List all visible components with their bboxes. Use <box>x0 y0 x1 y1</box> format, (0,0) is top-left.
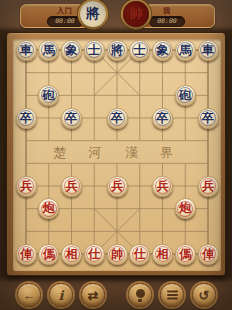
piece-black-chariot[interactable]: 車 <box>198 40 219 61</box>
light-bulb-icon <box>136 289 145 298</box>
piece-black-cannon[interactable]: 砲 <box>175 85 196 106</box>
piece-black-advisor[interactable]: 士 <box>84 40 105 61</box>
toolbar-right-group: ↺ <box>128 283 216 307</box>
player-timer: 00:00 <box>149 16 185 27</box>
menu-button[interactable] <box>160 283 184 307</box>
piece-black-soldier[interactable]: 卒 <box>61 108 82 129</box>
player-side-badge: 帥 <box>123 1 149 27</box>
flip-board-button[interactable]: ⇄ <box>81 283 105 307</box>
opponent-panel: 入门 00:00 將 <box>20 4 102 28</box>
piece-red-soldier[interactable]: 兵 <box>61 176 82 197</box>
piece-red-chariot[interactable]: 俥 <box>16 244 37 265</box>
opponent-side-badge: 將 <box>80 1 106 27</box>
piece-red-soldier[interactable]: 兵 <box>107 176 128 197</box>
piece-black-soldier[interactable]: 卒 <box>152 108 173 129</box>
toolbar-left-group: ←i⇄ <box>17 283 105 307</box>
piece-red-chariot[interactable]: 俥 <box>198 244 219 265</box>
info-icon: i <box>59 289 64 302</box>
piece-red-horse[interactable]: 傌 <box>175 244 196 265</box>
player-panel: 帥 我 00:00 <box>130 4 215 28</box>
piece-red-elephant[interactable]: 相 <box>61 244 82 265</box>
opponent-timer: 00:00 <box>47 16 83 27</box>
board-surface[interactable]: 楚 河 漢 界 車馬象士將士象馬車砲砲卒卒卒卒卒兵兵兵兵兵炮炮俥傌相仕帥仕相傌俥 <box>13 39 221 271</box>
piece-black-horse[interactable]: 馬 <box>175 40 196 61</box>
piece-red-elephant[interactable]: 相 <box>152 244 173 265</box>
xiangqi-board[interactable]: 楚 河 漢 界 車馬象士將士象馬車砲砲卒卒卒卒卒兵兵兵兵兵炮炮俥傌相仕帥仕相傌俥 <box>6 32 226 276</box>
piece-black-elephant[interactable]: 象 <box>61 40 82 61</box>
hint-button[interactable] <box>128 283 152 307</box>
piece-red-soldier[interactable]: 兵 <box>16 176 37 197</box>
back-button[interactable]: ← <box>17 283 41 307</box>
circular-arrow-icon: ↺ <box>199 289 210 302</box>
piece-black-cannon[interactable]: 砲 <box>38 85 59 106</box>
opponent-level: 入门 <box>57 7 73 15</box>
piece-black-soldier[interactable]: 卒 <box>198 108 219 129</box>
info-button[interactable]: i <box>49 283 73 307</box>
piece-red-horse[interactable]: 傌 <box>38 244 59 265</box>
piece-red-soldier[interactable]: 兵 <box>152 176 173 197</box>
board-grid <box>13 39 221 271</box>
piece-black-chariot[interactable]: 車 <box>16 40 37 61</box>
hamburger-menu-icon <box>167 291 178 293</box>
piece-red-general[interactable]: 帥 <box>107 244 128 265</box>
piece-red-advisor[interactable]: 仕 <box>84 244 105 265</box>
piece-black-general[interactable]: 將 <box>107 40 128 61</box>
piece-black-elephant[interactable]: 象 <box>152 40 173 61</box>
player-name: 我 <box>163 7 171 15</box>
piece-black-soldier[interactable]: 卒 <box>107 108 128 129</box>
xiangqi-app: 入门 00:00 將 帥 我 00:00 楚 河 漢 界 車馬象士將士象馬車砲砲… <box>0 0 232 310</box>
piece-black-soldier[interactable]: 卒 <box>16 108 37 129</box>
piece-red-cannon[interactable]: 炮 <box>175 198 196 219</box>
piece-red-advisor[interactable]: 仕 <box>129 244 150 265</box>
piece-black-advisor[interactable]: 士 <box>129 40 150 61</box>
arrow-left-icon: ← <box>23 289 36 302</box>
piece-black-horse[interactable]: 馬 <box>38 40 59 61</box>
swap-arrows-icon: ⇄ <box>88 289 99 302</box>
piece-red-soldier[interactable]: 兵 <box>198 176 219 197</box>
restart-button[interactable]: ↺ <box>192 283 216 307</box>
